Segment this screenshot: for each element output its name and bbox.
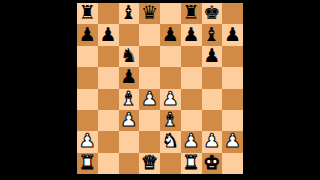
- white-pawn-g2: ♟: [203, 131, 220, 150]
- square-h4[interactable]: [222, 89, 243, 110]
- square-e1[interactable]: [160, 153, 181, 174]
- square-g1[interactable]: ♚: [202, 153, 223, 174]
- white-pawn-e4: ♟: [162, 89, 179, 108]
- square-d5[interactable]: [139, 67, 160, 88]
- square-e8[interactable]: [160, 3, 181, 24]
- square-c6[interactable]: ♞: [119, 46, 140, 67]
- square-e7[interactable]: ♟: [160, 24, 181, 45]
- square-a7[interactable]: ♟: [77, 24, 98, 45]
- white-queen-d1: ♛: [141, 153, 158, 172]
- black-bishop-g7: ♝: [203, 25, 220, 44]
- black-pawn-g6: ♟: [203, 46, 220, 65]
- square-b3[interactable]: [98, 110, 119, 131]
- square-f4[interactable]: [181, 89, 202, 110]
- square-a8[interactable]: ♜: [77, 3, 98, 24]
- square-d4[interactable]: ♟: [139, 89, 160, 110]
- square-c3[interactable]: ♟: [119, 110, 140, 131]
- square-b2[interactable]: [98, 131, 119, 152]
- black-pawn-h7: ♟: [224, 25, 241, 44]
- white-pawn-c3: ♟: [120, 110, 137, 129]
- square-c5[interactable]: ♟: [119, 67, 140, 88]
- square-d7[interactable]: [139, 24, 160, 45]
- square-g7[interactable]: ♝: [202, 24, 223, 45]
- square-a3[interactable]: [77, 110, 98, 131]
- square-h8[interactable]: [222, 3, 243, 24]
- black-knight-c6: ♞: [120, 46, 137, 65]
- board-frame: ♜♝♛♜♚♟♟♟♟♝♟♞♟♟♝♟♟♟♝♟♞♟♟♟♜♛♜♚: [73, 0, 247, 180]
- square-b5[interactable]: [98, 67, 119, 88]
- square-e6[interactable]: [160, 46, 181, 67]
- black-bishop-c8: ♝: [120, 3, 137, 22]
- square-c8[interactable]: ♝: [119, 3, 140, 24]
- square-d3[interactable]: [139, 110, 160, 131]
- square-f6[interactable]: [181, 46, 202, 67]
- black-pawn-e7: ♟: [162, 25, 179, 44]
- black-king-g8: ♚: [203, 3, 220, 22]
- white-rook-f1: ♜: [183, 153, 200, 172]
- square-h6[interactable]: [222, 46, 243, 67]
- white-pawn-f2: ♟: [183, 131, 200, 150]
- square-b1[interactable]: [98, 153, 119, 174]
- square-f3[interactable]: [181, 110, 202, 131]
- square-d2[interactable]: [139, 131, 160, 152]
- square-e2[interactable]: ♞: [160, 131, 181, 152]
- square-g2[interactable]: ♟: [202, 131, 223, 152]
- square-g8[interactable]: ♚: [202, 3, 223, 24]
- black-queen-d8: ♛: [141, 3, 158, 22]
- square-b8[interactable]: [98, 3, 119, 24]
- square-a4[interactable]: [77, 89, 98, 110]
- square-h5[interactable]: [222, 67, 243, 88]
- square-f2[interactable]: ♟: [181, 131, 202, 152]
- square-f7[interactable]: ♟: [181, 24, 202, 45]
- black-rook-f8: ♜: [183, 3, 200, 22]
- square-g3[interactable]: [202, 110, 223, 131]
- white-rook-a1: ♜: [79, 153, 96, 172]
- square-d1[interactable]: ♛: [139, 153, 160, 174]
- black-pawn-a7: ♟: [79, 25, 96, 44]
- square-b4[interactable]: [98, 89, 119, 110]
- square-f8[interactable]: ♜: [181, 3, 202, 24]
- letterbox-bar-left: [0, 0, 73, 180]
- square-b6[interactable]: [98, 46, 119, 67]
- white-bishop-c4: ♝: [120, 89, 137, 108]
- square-h1[interactable]: [222, 153, 243, 174]
- square-d6[interactable]: [139, 46, 160, 67]
- white-pawn-a2: ♟: [79, 131, 96, 150]
- square-h2[interactable]: ♟: [222, 131, 243, 152]
- square-e3[interactable]: ♝: [160, 110, 181, 131]
- square-f5[interactable]: [181, 67, 202, 88]
- white-pawn-h2: ♟: [224, 131, 241, 150]
- white-king-g1: ♚: [203, 153, 220, 172]
- white-bishop-e3: ♝: [162, 110, 179, 129]
- square-e4[interactable]: ♟: [160, 89, 181, 110]
- square-a1[interactable]: ♜: [77, 153, 98, 174]
- square-g5[interactable]: [202, 67, 223, 88]
- square-c4[interactable]: ♝: [119, 89, 140, 110]
- square-a2[interactable]: ♟: [77, 131, 98, 152]
- square-a5[interactable]: [77, 67, 98, 88]
- square-d8[interactable]: ♛: [139, 3, 160, 24]
- white-knight-e2: ♞: [162, 131, 179, 150]
- square-a6[interactable]: [77, 46, 98, 67]
- square-g6[interactable]: ♟: [202, 46, 223, 67]
- square-g4[interactable]: [202, 89, 223, 110]
- square-e5[interactable]: [160, 67, 181, 88]
- chess-board: ♜♝♛♜♚♟♟♟♟♝♟♞♟♟♝♟♟♟♝♟♞♟♟♟♜♛♜♚: [77, 3, 243, 174]
- black-pawn-b7: ♟: [100, 25, 117, 44]
- black-rook-a8: ♜: [79, 3, 96, 22]
- black-pawn-f7: ♟: [183, 25, 200, 44]
- square-b7[interactable]: ♟: [98, 24, 119, 45]
- letterbox-bar-right: [247, 0, 320, 180]
- square-c7[interactable]: [119, 24, 140, 45]
- square-c2[interactable]: [119, 131, 140, 152]
- square-c1[interactable]: [119, 153, 140, 174]
- square-f1[interactable]: ♜: [181, 153, 202, 174]
- square-h7[interactable]: ♟: [222, 24, 243, 45]
- square-h3[interactable]: [222, 110, 243, 131]
- white-pawn-d4: ♟: [141, 89, 158, 108]
- black-pawn-c5: ♟: [120, 67, 137, 86]
